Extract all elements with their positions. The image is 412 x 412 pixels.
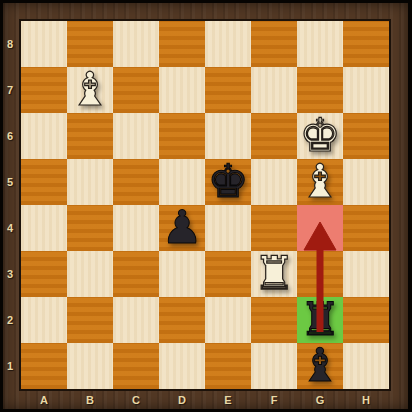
square-h7[interactable] xyxy=(343,67,389,113)
square-e6[interactable] xyxy=(205,113,251,159)
square-d6[interactable] xyxy=(159,113,205,159)
square-c6[interactable] xyxy=(113,113,159,159)
square-a8[interactable] xyxy=(21,21,67,67)
piece-black-pawn[interactable]: ♟ xyxy=(159,205,205,251)
file-label-g: G xyxy=(297,389,343,410)
square-d5[interactable] xyxy=(159,159,205,205)
square-h8[interactable] xyxy=(343,21,389,67)
square-a7[interactable] xyxy=(21,67,67,113)
square-g1[interactable]: ♝ xyxy=(297,343,343,389)
file-label-a: A xyxy=(21,389,67,410)
rank-label-8: 8 xyxy=(0,21,20,67)
piece-white-bishop[interactable]: ♝ xyxy=(67,67,113,113)
square-c3[interactable] xyxy=(113,251,159,297)
square-e7[interactable] xyxy=(205,67,251,113)
square-d1[interactable] xyxy=(159,343,205,389)
piece-white-rook[interactable]: ♜ xyxy=(251,251,297,297)
square-b6[interactable] xyxy=(67,113,113,159)
square-f4[interactable] xyxy=(251,205,297,251)
file-label-e: E xyxy=(205,389,251,410)
square-f2[interactable] xyxy=(251,297,297,343)
file-label-f: F xyxy=(251,389,297,410)
square-h2[interactable] xyxy=(343,297,389,343)
square-a6[interactable] xyxy=(21,113,67,159)
file-labels: ABCDEFGH xyxy=(21,389,389,410)
square-h6[interactable] xyxy=(343,113,389,159)
square-a4[interactable] xyxy=(21,205,67,251)
square-b8[interactable] xyxy=(67,21,113,67)
file-label-h: H xyxy=(343,389,389,410)
square-d2[interactable] xyxy=(159,297,205,343)
square-f7[interactable] xyxy=(251,67,297,113)
square-b3[interactable] xyxy=(67,251,113,297)
square-d4[interactable]: ♟ xyxy=(159,205,205,251)
rank-label-2: 2 xyxy=(0,297,20,343)
square-a1[interactable] xyxy=(21,343,67,389)
file-label-d: D xyxy=(159,389,205,410)
square-g5[interactable]: ♝ xyxy=(297,159,343,205)
square-c4[interactable] xyxy=(113,205,159,251)
square-c8[interactable] xyxy=(113,21,159,67)
piece-black-bishop[interactable]: ♝ xyxy=(297,343,343,389)
piece-white-king[interactable]: ♚ xyxy=(297,113,343,159)
square-f6[interactable] xyxy=(251,113,297,159)
rank-label-1: 1 xyxy=(0,343,20,389)
chess-app-window: 87654321 ABCDEFGH ♝♚♚♝♟♜♜♝ xyxy=(0,0,412,412)
square-b7[interactable]: ♝ xyxy=(67,67,113,113)
square-g7[interactable] xyxy=(297,67,343,113)
square-e2[interactable] xyxy=(205,297,251,343)
square-f8[interactable] xyxy=(251,21,297,67)
square-h4[interactable] xyxy=(343,205,389,251)
square-f3[interactable]: ♜ xyxy=(251,251,297,297)
square-e5[interactable]: ♚ xyxy=(205,159,251,205)
piece-black-king[interactable]: ♚ xyxy=(205,159,251,205)
square-b5[interactable] xyxy=(67,159,113,205)
rank-label-7: 7 xyxy=(0,67,20,113)
square-c5[interactable] xyxy=(113,159,159,205)
square-c7[interactable] xyxy=(113,67,159,113)
piece-black-rook[interactable]: ♜ xyxy=(297,297,343,343)
square-e4[interactable] xyxy=(205,205,251,251)
square-a2[interactable] xyxy=(21,297,67,343)
square-g8[interactable] xyxy=(297,21,343,67)
square-g3[interactable] xyxy=(297,251,343,297)
rank-labels: 87654321 xyxy=(0,21,20,389)
square-d7[interactable] xyxy=(159,67,205,113)
square-c2[interactable] xyxy=(113,297,159,343)
square-h3[interactable] xyxy=(343,251,389,297)
file-label-c: C xyxy=(113,389,159,410)
square-c1[interactable] xyxy=(113,343,159,389)
square-d3[interactable] xyxy=(159,251,205,297)
square-b1[interactable] xyxy=(67,343,113,389)
square-g4[interactable] xyxy=(297,205,343,251)
rank-label-3: 3 xyxy=(0,251,20,297)
square-f5[interactable] xyxy=(251,159,297,205)
square-h1[interactable] xyxy=(343,343,389,389)
file-label-b: B xyxy=(67,389,113,410)
rank-label-5: 5 xyxy=(0,159,20,205)
square-f1[interactable] xyxy=(251,343,297,389)
square-g2[interactable]: ♜ xyxy=(297,297,343,343)
square-a3[interactable] xyxy=(21,251,67,297)
square-g6[interactable]: ♚ xyxy=(297,113,343,159)
square-e3[interactable] xyxy=(205,251,251,297)
square-b4[interactable] xyxy=(67,205,113,251)
rank-label-4: 4 xyxy=(0,205,20,251)
square-e8[interactable] xyxy=(205,21,251,67)
square-a5[interactable] xyxy=(21,159,67,205)
board: ♝♚♚♝♟♜♜♝ xyxy=(21,21,389,389)
piece-white-bishop[interactable]: ♝ xyxy=(297,159,343,205)
square-e1[interactable] xyxy=(205,343,251,389)
square-h5[interactable] xyxy=(343,159,389,205)
rank-label-6: 6 xyxy=(0,113,20,159)
square-d8[interactable] xyxy=(159,21,205,67)
square-b2[interactable] xyxy=(67,297,113,343)
